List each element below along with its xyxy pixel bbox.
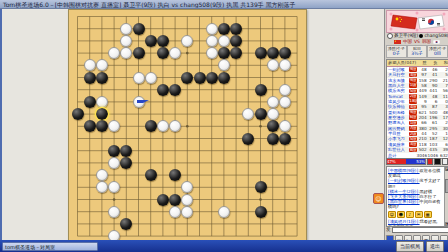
rank-badge: 9段 [409, 67, 417, 72]
black-stone [84, 72, 96, 84]
sidebar: 聂卫平(9段) chang508(9段) 中国 VS 韩国 净胜/个子0子 贴目… [384, 9, 448, 240]
vote-bar-row: 47% 53% [386, 158, 448, 165]
rank-badge: 3段 [409, 73, 417, 78]
white-stone [279, 84, 291, 96]
rank-badge: 9段 [409, 110, 417, 115]
white-player-name: 聂卫平(9段) [394, 33, 418, 38]
rank-badge: 8段 [409, 148, 417, 153]
rank-badge: 5段 [409, 137, 417, 142]
white-stone-icon [387, 33, 393, 39]
triangle-marker-icon [137, 100, 149, 103]
black-stone [72, 108, 84, 120]
china-korea-flags-banner [386, 10, 448, 33]
black-stone-icon [419, 34, 423, 38]
white-stone [133, 72, 145, 84]
emoticon-icon[interactable]: ☺ [388, 211, 396, 219]
black-stone [218, 47, 230, 59]
black-stone [145, 120, 157, 132]
white-stone [206, 23, 218, 35]
spectator-table[interactable]: 参观人员(047) 胜 负 和 一剑封喉9段48462天马行空3段97415流水… [386, 59, 448, 159]
rank-badge: 2段 [409, 94, 417, 99]
black-stone [255, 206, 267, 218]
black-stone [169, 84, 181, 96]
taskbar-button[interactable]: 当前棋局 [396, 241, 424, 252]
black-stone [120, 145, 132, 157]
red-square-icon[interactable] [427, 158, 433, 165]
black-stone [194, 72, 206, 84]
rank-badge: 9段 [409, 78, 417, 83]
score-col-komi: 贴目3¾子 [407, 45, 428, 58]
white-stone [206, 47, 218, 59]
white-stone [84, 59, 96, 71]
white-stone [96, 169, 108, 181]
player-names-row: 聂卫平(9段) chang508(9段) [386, 32, 448, 39]
emoticon-toolbar[interactable]: ☺☻♪✉▦ [388, 211, 443, 219]
app-window: Tom棋圣道场6.0－[中韩围棋对抗赛 直播室] 聂卫平(9段) 执白 vs c… [0, 0, 448, 252]
black-stone [157, 194, 169, 206]
taskbar-right-buttons: 当前棋局退出 [396, 241, 444, 252]
emoticon-icon[interactable]: ✉ [415, 211, 423, 219]
white-stone [108, 206, 120, 218]
chat-line: [中国棋院(9段)]:欢迎各位棋友观战 [388, 168, 443, 178]
white-stone [267, 96, 279, 108]
white-stone [108, 157, 120, 169]
chat-lines: [中国棋院(9段)]:欢迎各位棋友观战[一剑封喉(9段)]:这手太好了吧!![棋… [388, 168, 443, 227]
rank-badge: 18级 [409, 99, 417, 104]
triangle-marked-stone [133, 96, 145, 108]
taskbar-button[interactable]: 退出 [426, 241, 444, 252]
black-player-entry[interactable]: chang508(9段) [418, 32, 448, 39]
black-stone [267, 47, 279, 59]
black-stone [145, 169, 157, 181]
score-summary: 净胜/个子0子 贴目3¾子 净胜/个子0目 [386, 45, 448, 58]
black-stone [133, 47, 145, 59]
black-stone [96, 72, 108, 84]
black-stone [267, 133, 279, 145]
black-stone [218, 72, 230, 84]
taskbar-app-button[interactable]: tom棋圣道场－对局室 [2, 242, 98, 251]
chat-scrollbar[interactable]: ▲ ▼ [444, 167, 448, 226]
black-stone [133, 23, 145, 35]
black-stone [242, 133, 254, 145]
black-stone [206, 72, 218, 84]
window-title-bar: Tom棋圣道场6.0－[中韩围棋对抗赛 直播室] 聂卫平(9段) 执白 vs c… [0, 0, 448, 9]
chat-line: [黑白世界(4段)]:中间白还有棋吗? [388, 199, 443, 209]
score-col-white: 净胜/个子0子 [386, 45, 407, 58]
black-stone [230, 35, 242, 47]
emoticon-icon[interactable]: ☻ [397, 211, 405, 219]
black-stone [169, 194, 181, 206]
taskbar: tom棋圣道场－对局室 当前棋局退出 [0, 240, 448, 252]
white-stone [181, 206, 193, 218]
black-stone [157, 47, 169, 59]
rank-badge: 7段 [409, 126, 417, 131]
korea-mini-flag-icon [433, 40, 440, 44]
black-stone [181, 72, 193, 84]
score-col-black: 净胜/个子0目 [427, 45, 448, 58]
white-stone [279, 96, 291, 108]
black-stone [255, 84, 267, 96]
emoticon-icon[interactable]: ▦ [424, 211, 432, 219]
white-square-icon[interactable] [442, 158, 448, 165]
black-stone [255, 47, 267, 59]
white-stone [181, 194, 193, 206]
black-stone [157, 84, 169, 96]
rank-badge: 4段 [409, 105, 417, 110]
china-mini-flag-icon [394, 40, 401, 44]
vote-bar-red: 47% [387, 159, 406, 164]
spectator-table-header[interactable]: 参观人员(047) 胜 负 和 [387, 60, 448, 67]
black-stone [108, 145, 120, 157]
black-stone [255, 181, 267, 193]
emoticon-icon[interactable]: ♪ [406, 211, 414, 219]
rank-badge: 2级 [409, 132, 417, 137]
white-player-entry[interactable]: 聂卫平(9段) [386, 32, 418, 39]
main-panel: ☺ [0, 9, 384, 240]
vote-bar: 47% 53% [386, 158, 426, 165]
white-stone [96, 96, 108, 108]
black-stone [218, 23, 230, 35]
black-stone [157, 35, 169, 47]
white-stone [169, 206, 181, 218]
black-stone [84, 120, 96, 132]
emoticon-icon[interactable]: ☺ [373, 193, 384, 204]
white-stone [218, 206, 230, 218]
chat-panel[interactable]: [中国棋院(9段)]:欢迎各位棋友观战[一剑封喉(9段)]:这手太好了吧!![棋… [386, 166, 448, 227]
white-stone [206, 35, 218, 47]
rank-badge: 1级 [409, 83, 417, 88]
vote-bar-blue: 53% [406, 159, 425, 164]
black-stone [267, 120, 279, 132]
chat-input[interactable] [392, 227, 448, 233]
black-stone [279, 47, 291, 59]
white-stone [267, 108, 279, 120]
last-move-stone [96, 108, 108, 120]
white-stone [120, 23, 132, 35]
rank-badge: 6段 [409, 115, 417, 120]
white-stone [218, 35, 230, 47]
rank-badge: 5段 [409, 89, 417, 94]
go-board[interactable] [68, 9, 307, 243]
rank-badge: 1段 [409, 121, 417, 126]
black-stone [145, 35, 157, 47]
black-stone [230, 23, 242, 35]
white-stone [267, 59, 279, 71]
chat-input-row: 发言: [386, 226, 448, 234]
chat-line: [一剑封喉(9段)]:这手太好了吧!! [388, 178, 443, 188]
black-player-name: chang508(9段) [424, 33, 448, 38]
white-stone [145, 72, 157, 84]
rank-badge: 3段 [409, 142, 417, 147]
black-square-icon[interactable] [434, 158, 440, 165]
black-stone [279, 133, 291, 145]
black-stone [255, 108, 267, 120]
black-stone [84, 96, 96, 108]
spectator-rows: 一剑封喉9段48462天马行空3段97415流水无情9段15829021黑白人生… [387, 67, 448, 158]
